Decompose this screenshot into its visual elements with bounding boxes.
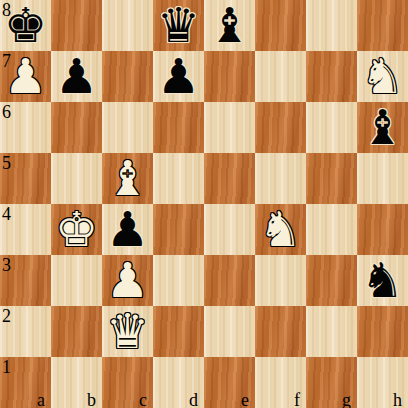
square-g8[interactable]: [306, 0, 357, 51]
square-h3[interactable]: ♞: [357, 255, 408, 306]
square-h7[interactable]: ♞: [357, 51, 408, 102]
rank-label-3: 3: [2, 255, 11, 275]
piece-white-pawn-a7[interactable]: ♟: [0, 51, 51, 102]
square-a5[interactable]: 5: [0, 153, 51, 204]
piece-white-queen-c2[interactable]: ♛: [102, 306, 153, 357]
square-e4[interactable]: [204, 204, 255, 255]
rank-label-5: 5: [2, 153, 11, 173]
square-b5[interactable]: [51, 153, 102, 204]
square-d1[interactable]: d: [153, 357, 204, 408]
square-d5[interactable]: [153, 153, 204, 204]
square-b4[interactable]: ♚: [51, 204, 102, 255]
square-g2[interactable]: [306, 306, 357, 357]
rank-label-4: 4: [2, 204, 11, 224]
file-label-e: e: [241, 390, 249, 408]
piece-black-bishop-h6[interactable]: ♝: [357, 102, 408, 153]
square-a8[interactable]: 8♚: [0, 0, 51, 51]
square-f7[interactable]: [255, 51, 306, 102]
piece-white-knight-h7[interactable]: ♞: [357, 51, 408, 102]
square-g4[interactable]: [306, 204, 357, 255]
square-e7[interactable]: [204, 51, 255, 102]
square-c1[interactable]: c: [102, 357, 153, 408]
square-f8[interactable]: [255, 0, 306, 51]
piece-white-king-b4[interactable]: ♚: [51, 204, 102, 255]
square-d6[interactable]: [153, 102, 204, 153]
square-f4[interactable]: ♞: [255, 204, 306, 255]
file-label-a: a: [37, 390, 45, 408]
square-a7[interactable]: 7♟: [0, 51, 51, 102]
square-c2[interactable]: ♛: [102, 306, 153, 357]
square-f2[interactable]: [255, 306, 306, 357]
square-e2[interactable]: [204, 306, 255, 357]
square-a4[interactable]: 4: [0, 204, 51, 255]
piece-black-king-a8[interactable]: ♚: [0, 0, 51, 51]
piece-white-knight-f4[interactable]: ♞: [255, 204, 306, 255]
square-b7[interactable]: ♟: [51, 51, 102, 102]
square-c7[interactable]: [102, 51, 153, 102]
square-h8[interactable]: [357, 0, 408, 51]
file-label-h: h: [393, 390, 402, 408]
square-a6[interactable]: 6: [0, 102, 51, 153]
square-b3[interactable]: [51, 255, 102, 306]
square-f5[interactable]: [255, 153, 306, 204]
rank-label-1: 1: [2, 357, 11, 377]
chess-board: 8♚♛♝7♟♟♟♞6♝5♝4♚♟♞3♟♞2♛1abcdefgh: [0, 0, 408, 408]
square-h5[interactable]: [357, 153, 408, 204]
square-c3[interactable]: ♟: [102, 255, 153, 306]
square-b8[interactable]: [51, 0, 102, 51]
square-c5[interactable]: ♝: [102, 153, 153, 204]
square-f6[interactable]: [255, 102, 306, 153]
square-d7[interactable]: ♟: [153, 51, 204, 102]
square-a1[interactable]: 1a: [0, 357, 51, 408]
square-b6[interactable]: [51, 102, 102, 153]
piece-black-queen-d8[interactable]: ♛: [153, 0, 204, 51]
square-f3[interactable]: [255, 255, 306, 306]
square-c8[interactable]: [102, 0, 153, 51]
piece-white-bishop-c5[interactable]: ♝: [102, 153, 153, 204]
square-e3[interactable]: [204, 255, 255, 306]
square-c6[interactable]: [102, 102, 153, 153]
rank-label-6: 6: [2, 102, 11, 122]
square-e1[interactable]: e: [204, 357, 255, 408]
piece-white-pawn-c3[interactable]: ♟: [102, 255, 153, 306]
square-h6[interactable]: ♝: [357, 102, 408, 153]
square-h2[interactable]: [357, 306, 408, 357]
rank-label-2: 2: [2, 306, 11, 326]
square-g6[interactable]: [306, 102, 357, 153]
square-b1[interactable]: b: [51, 357, 102, 408]
square-d3[interactable]: [153, 255, 204, 306]
square-g1[interactable]: g: [306, 357, 357, 408]
square-c4[interactable]: ♟: [102, 204, 153, 255]
piece-black-pawn-c4[interactable]: ♟: [102, 204, 153, 255]
piece-black-pawn-d7[interactable]: ♟: [153, 51, 204, 102]
square-g7[interactable]: [306, 51, 357, 102]
square-g5[interactable]: [306, 153, 357, 204]
square-e6[interactable]: [204, 102, 255, 153]
piece-black-pawn-b7[interactable]: ♟: [51, 51, 102, 102]
file-label-c: c: [139, 390, 147, 408]
piece-black-bishop-e8[interactable]: ♝: [204, 0, 255, 51]
file-label-d: d: [189, 390, 198, 408]
square-d4[interactable]: [153, 204, 204, 255]
square-h1[interactable]: h: [357, 357, 408, 408]
square-d2[interactable]: [153, 306, 204, 357]
square-d8[interactable]: ♛: [153, 0, 204, 51]
square-a3[interactable]: 3: [0, 255, 51, 306]
square-a2[interactable]: 2: [0, 306, 51, 357]
square-g3[interactable]: [306, 255, 357, 306]
square-e5[interactable]: [204, 153, 255, 204]
square-e8[interactable]: ♝: [204, 0, 255, 51]
file-label-f: f: [294, 390, 300, 408]
piece-black-knight-h3[interactable]: ♞: [357, 255, 408, 306]
square-f1[interactable]: f: [255, 357, 306, 408]
square-h4[interactable]: [357, 204, 408, 255]
file-label-g: g: [342, 390, 351, 408]
square-b2[interactable]: [51, 306, 102, 357]
file-label-b: b: [87, 390, 96, 408]
